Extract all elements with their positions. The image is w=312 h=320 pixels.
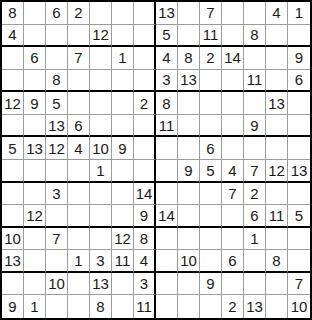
cell-r7c13-empty[interactable] xyxy=(266,137,288,160)
cell-r3c8-given[interactable]: 4 xyxy=(156,47,178,70)
cell-r7c1-given[interactable]: 5 xyxy=(2,137,24,160)
cell-r11c10-empty[interactable] xyxy=(200,228,222,251)
cell-r7c9-empty[interactable] xyxy=(178,137,200,160)
cell-r14c2-given[interactable]: 1 xyxy=(24,295,46,318)
cell-r14c7-given[interactable]: 11 xyxy=(134,295,156,318)
cell-r13c8-empty[interactable] xyxy=(156,273,178,296)
cell-r8c4-empty[interactable] xyxy=(68,160,90,183)
cell-r14c4-empty[interactable] xyxy=(68,295,90,318)
cell-r5c4-empty[interactable] xyxy=(68,92,90,115)
cell-r11c7-given[interactable]: 8 xyxy=(134,228,156,251)
cell-r12c2-empty[interactable] xyxy=(24,250,46,273)
cell-r11c5-empty[interactable] xyxy=(90,228,112,251)
cell-r9c13-empty[interactable] xyxy=(266,183,288,206)
sudoku-board: 8621374141251186714821498313116129528131… xyxy=(0,0,312,320)
cell-r11c9-empty[interactable] xyxy=(178,228,200,251)
cell-r13c6-empty[interactable] xyxy=(112,273,134,296)
cell-r2c14-empty[interactable] xyxy=(288,25,310,48)
cell-r7c4-given[interactable]: 4 xyxy=(68,137,90,160)
cell-r7c7-empty[interactable] xyxy=(134,137,156,160)
cell-r2c4-empty[interactable] xyxy=(68,25,90,48)
cell-r3c4-given[interactable]: 7 xyxy=(68,47,90,70)
cell-r2c6-empty[interactable] xyxy=(112,25,134,48)
cell-r12c5-given[interactable]: 3 xyxy=(90,250,112,273)
cell-r4c10-empty[interactable] xyxy=(200,70,222,93)
cell-r12c7-given[interactable]: 4 xyxy=(134,250,156,273)
cell-r5c6-empty[interactable] xyxy=(112,92,134,115)
cell-r7c12-empty[interactable] xyxy=(244,137,266,160)
cell-r11c8-empty[interactable] xyxy=(156,228,178,251)
cell-r6c6-empty[interactable] xyxy=(112,115,134,138)
cell-r11c2-empty[interactable] xyxy=(24,228,46,251)
cell-r9c2-empty[interactable] xyxy=(24,183,46,206)
cell-r5c5-empty[interactable] xyxy=(90,92,112,115)
cell-r6c4-given[interactable]: 6 xyxy=(68,115,90,138)
cell-r1c13-given[interactable]: 4 xyxy=(266,2,288,25)
cell-r12c10-empty[interactable] xyxy=(200,250,222,273)
cell-r2c13-empty[interactable] xyxy=(266,25,288,48)
cell-r7c8-empty[interactable] xyxy=(156,137,178,160)
cell-r14c8-empty[interactable] xyxy=(156,295,178,318)
cell-r5c2-given[interactable]: 9 xyxy=(24,92,46,115)
cell-r14c14-given[interactable]: 10 xyxy=(288,295,310,318)
cell-r4c1-empty[interactable] xyxy=(2,70,24,93)
cell-r6c1-empty[interactable] xyxy=(2,115,24,138)
cell-r4c5-empty[interactable] xyxy=(90,70,112,93)
cell-r10c1-empty[interactable] xyxy=(2,205,24,228)
cell-r1c4-given[interactable]: 2 xyxy=(68,2,90,25)
cell-r2c2-empty[interactable] xyxy=(24,25,46,48)
cell-r5c11-empty[interactable] xyxy=(222,92,244,115)
cell-r4c3-given[interactable]: 8 xyxy=(46,70,68,93)
cell-r6c11-empty[interactable] xyxy=(222,115,244,138)
cell-r14c5-given[interactable]: 8 xyxy=(90,295,112,318)
cell-r12c9-given[interactable]: 10 xyxy=(178,250,200,273)
cell-r1c14-given[interactable]: 1 xyxy=(288,2,310,25)
cell-r6c13-empty[interactable] xyxy=(266,115,288,138)
cell-r5c1-given[interactable]: 12 xyxy=(2,92,24,115)
cell-r10c8-given[interactable]: 14 xyxy=(156,205,178,228)
cell-r8c12-given[interactable]: 7 xyxy=(244,160,266,183)
cell-r2c8-given[interactable]: 5 xyxy=(156,25,178,48)
cell-r11c6-given[interactable]: 12 xyxy=(112,228,134,251)
cell-r9c11-given[interactable]: 7 xyxy=(222,183,244,206)
cell-r7c3-given[interactable]: 12 xyxy=(46,137,68,160)
cell-r12c8-empty[interactable] xyxy=(156,250,178,273)
cell-r5c3-given[interactable]: 5 xyxy=(46,92,68,115)
cell-r9c9-empty[interactable] xyxy=(178,183,200,206)
cell-r8c1-empty[interactable] xyxy=(2,160,24,183)
cell-r8c9-given[interactable]: 9 xyxy=(178,160,200,183)
cell-r11c11-empty[interactable] xyxy=(222,228,244,251)
cell-r5c12-empty[interactable] xyxy=(244,92,266,115)
cell-r10c3-empty[interactable] xyxy=(46,205,68,228)
cell-r4c2-empty[interactable] xyxy=(24,70,46,93)
cell-r12c11-given[interactable]: 6 xyxy=(222,250,244,273)
cell-r13c3-given[interactable]: 10 xyxy=(46,273,68,296)
cell-r10c2-given[interactable]: 12 xyxy=(24,205,46,228)
cell-r6c10-empty[interactable] xyxy=(200,115,222,138)
cell-r4c14-given[interactable]: 6 xyxy=(288,70,310,93)
cell-r6c2-empty[interactable] xyxy=(24,115,46,138)
cell-r14c6-empty[interactable] xyxy=(112,295,134,318)
cell-r2c11-empty[interactable] xyxy=(222,25,244,48)
cell-r3c10-given[interactable]: 2 xyxy=(200,47,222,70)
cell-r8c11-given[interactable]: 4 xyxy=(222,160,244,183)
cell-r11c1-given[interactable]: 10 xyxy=(2,228,24,251)
cell-r9c1-empty[interactable] xyxy=(2,183,24,206)
cell-r9c7-given[interactable]: 14 xyxy=(134,183,156,206)
cell-r8c7-empty[interactable] xyxy=(134,160,156,183)
cell-r12c12-empty[interactable] xyxy=(244,250,266,273)
cell-r14c12-given[interactable]: 13 xyxy=(244,295,266,318)
cell-r3c5-empty[interactable] xyxy=(90,47,112,70)
cell-r2c5-given[interactable]: 12 xyxy=(90,25,112,48)
cell-r8c2-empty[interactable] xyxy=(24,160,46,183)
cell-r13c10-given[interactable]: 9 xyxy=(200,273,222,296)
cell-r14c1-given[interactable]: 9 xyxy=(2,295,24,318)
cell-r14c10-empty[interactable] xyxy=(200,295,222,318)
cell-r13c1-empty[interactable] xyxy=(2,273,24,296)
cell-r11c12-given[interactable]: 1 xyxy=(244,228,266,251)
cell-r12c14-empty[interactable] xyxy=(288,250,310,273)
cell-r12c13-given[interactable]: 8 xyxy=(266,250,288,273)
cell-r13c11-empty[interactable] xyxy=(222,273,244,296)
cell-r6c9-empty[interactable] xyxy=(178,115,200,138)
cell-r1c9-empty[interactable] xyxy=(178,2,200,25)
cell-r10c14-given[interactable]: 5 xyxy=(288,205,310,228)
cell-r13c4-empty[interactable] xyxy=(68,273,90,296)
cell-r13c2-empty[interactable] xyxy=(24,273,46,296)
cell-r3c1-empty[interactable] xyxy=(2,47,24,70)
cell-r11c14-empty[interactable] xyxy=(288,228,310,251)
cell-r4c13-empty[interactable] xyxy=(266,70,288,93)
cell-r6c3-given[interactable]: 13 xyxy=(46,115,68,138)
cell-r6c5-empty[interactable] xyxy=(90,115,112,138)
cell-r7c2-given[interactable]: 13 xyxy=(24,137,46,160)
cell-r10c11-empty[interactable] xyxy=(222,205,244,228)
cell-r7c14-empty[interactable] xyxy=(288,137,310,160)
cell-r6c8-given[interactable]: 11 xyxy=(156,115,178,138)
cell-r11c4-empty[interactable] xyxy=(68,228,90,251)
cell-r5c14-empty[interactable] xyxy=(288,92,310,115)
cell-r12c6-given[interactable]: 11 xyxy=(112,250,134,273)
cell-r14c11-given[interactable]: 2 xyxy=(222,295,244,318)
cell-r7c11-empty[interactable] xyxy=(222,137,244,160)
cell-r1c8-given[interactable]: 13 xyxy=(156,2,178,25)
cell-r1c5-empty[interactable] xyxy=(90,2,112,25)
cell-r3c13-empty[interactable] xyxy=(266,47,288,70)
cell-r10c13-given[interactable]: 11 xyxy=(266,205,288,228)
cell-r10c6-empty[interactable] xyxy=(112,205,134,228)
cell-r3c6-given[interactable]: 1 xyxy=(112,47,134,70)
cell-r3c2-given[interactable]: 6 xyxy=(24,47,46,70)
cell-r10c10-empty[interactable] xyxy=(200,205,222,228)
cell-r9c6-empty[interactable] xyxy=(112,183,134,206)
cell-r5c13-given[interactable]: 13 xyxy=(266,92,288,115)
cell-r3c14-given[interactable]: 9 xyxy=(288,47,310,70)
cell-r12c4-given[interactable]: 1 xyxy=(68,250,90,273)
cell-r14c13-empty[interactable] xyxy=(266,295,288,318)
cell-r8c10-given[interactable]: 5 xyxy=(200,160,222,183)
cell-r4c11-empty[interactable] xyxy=(222,70,244,93)
cell-r2c7-empty[interactable] xyxy=(134,25,156,48)
cell-r1c7-empty[interactable] xyxy=(134,2,156,25)
cell-r5c9-empty[interactable] xyxy=(178,92,200,115)
cell-r1c2-empty[interactable] xyxy=(24,2,46,25)
cell-r10c9-empty[interactable] xyxy=(178,205,200,228)
cell-r10c5-empty[interactable] xyxy=(90,205,112,228)
cell-r6c14-empty[interactable] xyxy=(288,115,310,138)
cell-r6c12-given[interactable]: 9 xyxy=(244,115,266,138)
cell-r8c6-empty[interactable] xyxy=(112,160,134,183)
cell-r3c11-given[interactable]: 14 xyxy=(222,47,244,70)
cell-r4c4-empty[interactable] xyxy=(68,70,90,93)
cell-r5c10-empty[interactable] xyxy=(200,92,222,115)
cell-r9c3-given[interactable]: 3 xyxy=(46,183,68,206)
cell-r7c6-given[interactable]: 9 xyxy=(112,137,134,160)
cell-r4c12-given[interactable]: 11 xyxy=(244,70,266,93)
cell-r13c12-empty[interactable] xyxy=(244,273,266,296)
cell-r3c7-empty[interactable] xyxy=(134,47,156,70)
cell-r4c7-empty[interactable] xyxy=(134,70,156,93)
cell-r6c7-empty[interactable] xyxy=(134,115,156,138)
cell-r2c10-given[interactable]: 11 xyxy=(200,25,222,48)
cell-r1c6-empty[interactable] xyxy=(112,2,134,25)
cell-r1c3-given[interactable]: 6 xyxy=(46,2,68,25)
cell-r9c4-empty[interactable] xyxy=(68,183,90,206)
cell-r1c10-given[interactable]: 7 xyxy=(200,2,222,25)
cell-r9c10-empty[interactable] xyxy=(200,183,222,206)
cell-r13c14-given[interactable]: 7 xyxy=(288,273,310,296)
cell-r3c9-given[interactable]: 8 xyxy=(178,47,200,70)
cell-r9c14-empty[interactable] xyxy=(288,183,310,206)
cell-r4c6-empty[interactable] xyxy=(112,70,134,93)
cell-r10c7-given[interactable]: 9 xyxy=(134,205,156,228)
cell-r12c3-empty[interactable] xyxy=(46,250,68,273)
cell-r12c1-given[interactable]: 13 xyxy=(2,250,24,273)
cell-r8c5-given[interactable]: 1 xyxy=(90,160,112,183)
cell-r9c8-empty[interactable] xyxy=(156,183,178,206)
cell-r1c12-empty[interactable] xyxy=(244,2,266,25)
cell-r14c3-empty[interactable] xyxy=(46,295,68,318)
cell-r3c12-empty[interactable] xyxy=(244,47,266,70)
cell-r2c9-empty[interactable] xyxy=(178,25,200,48)
cell-r11c13-empty[interactable] xyxy=(266,228,288,251)
cell-r2c1-given[interactable]: 4 xyxy=(2,25,24,48)
cell-r2c12-given[interactable]: 8 xyxy=(244,25,266,48)
cell-r11c3-given[interactable]: 7 xyxy=(46,228,68,251)
cell-r13c7-given[interactable]: 3 xyxy=(134,273,156,296)
cell-r13c13-empty[interactable] xyxy=(266,273,288,296)
cell-r5c8-given[interactable]: 8 xyxy=(156,92,178,115)
cell-r5c7-given[interactable]: 2 xyxy=(134,92,156,115)
cell-r1c11-empty[interactable] xyxy=(222,2,244,25)
cell-r4c9-given[interactable]: 13 xyxy=(178,70,200,93)
cell-r7c5-given[interactable]: 10 xyxy=(90,137,112,160)
cell-r7c10-given[interactable]: 6 xyxy=(200,137,222,160)
cell-r10c12-given[interactable]: 6 xyxy=(244,205,266,228)
cell-r9c12-given[interactable]: 2 xyxy=(244,183,266,206)
cell-r1c1-given[interactable]: 8 xyxy=(2,2,24,25)
cell-r8c13-given[interactable]: 12 xyxy=(266,160,288,183)
cell-r13c5-given[interactable]: 13 xyxy=(90,273,112,296)
cell-r9c5-empty[interactable] xyxy=(90,183,112,206)
cell-r8c14-given[interactable]: 13 xyxy=(288,160,310,183)
cell-r8c8-empty[interactable] xyxy=(156,160,178,183)
cell-r2c3-empty[interactable] xyxy=(46,25,68,48)
cell-r4c8-given[interactable]: 3 xyxy=(156,70,178,93)
cell-r14c9-empty[interactable] xyxy=(178,295,200,318)
cell-r8c3-empty[interactable] xyxy=(46,160,68,183)
cell-r10c4-empty[interactable] xyxy=(68,205,90,228)
cell-r3c3-empty[interactable] xyxy=(46,47,68,70)
cell-r13c9-empty[interactable] xyxy=(178,273,200,296)
